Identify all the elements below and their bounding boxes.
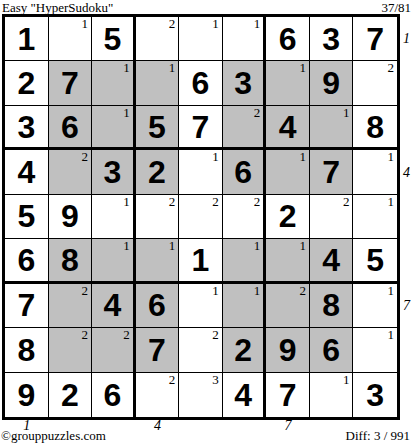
pencil-mark: 1 [299,239,306,253]
cell-r7c7[interactable]: 2 [266,284,310,328]
pencil-mark: 1 [82,17,89,31]
cell-r8c4[interactable]: 7 [136,328,180,372]
cell-r8c3[interactable]: 2 [92,328,136,372]
pencil-mark: 1 [254,284,261,298]
cell-r5c9[interactable]: 1 [353,195,397,239]
pencil-mark: 1 [343,106,350,120]
cell-r5c6[interactable]: 2 [223,195,267,239]
pencil-mark: 1 [388,284,395,298]
digit: 2 [266,195,309,238]
cell-r4c5[interactable]: 1 [179,150,223,194]
pencil-mark: 1 [254,239,261,253]
digit: 8 [5,328,48,371]
puzzle-page: Easy "HyperSudoku" 37/81 115211637271163… [0,0,412,445]
cell-r7c1[interactable]: 7 [5,284,49,328]
cell-r7c5[interactable]: 1 [179,284,223,328]
pencil-mark: 1 [388,195,395,209]
digit: 3 [5,106,48,147]
cell-r6c6[interactable]: 1 [223,239,267,283]
cell-r5c8[interactable]: 2 [310,195,354,239]
digit: 6 [5,239,48,280]
cell-r2c2[interactable]: 7 [49,61,93,105]
row-label-4: 4 [403,166,412,180]
digit: 9 [5,373,48,417]
cell-r3c5[interactable]: 7 [179,106,223,150]
digit: 1 [179,239,222,280]
cell-r8c7[interactable]: 9 [266,328,310,372]
digit: 6 [136,284,179,327]
digit: 7 [179,106,222,147]
cell-r8c9[interactable]: 1 [353,328,397,372]
cell-r4c8[interactable]: 7 [310,150,354,194]
cell-r3c3[interactable]: 1 [92,106,136,150]
digit: 2 [136,150,179,193]
pencil-mark: 1 [299,150,306,164]
cell-r5c1[interactable]: 5 [5,195,49,239]
digit: 6 [179,61,222,104]
cell-r1c6[interactable]: 1 [223,17,267,61]
digit: 5 [5,195,48,238]
digit: 4 [5,150,48,193]
digit: 7 [49,61,92,104]
cell-r1c2[interactable]: 1 [49,17,93,61]
cell-r7c9[interactable]: 1 [353,284,397,328]
site-credit: ©grouppuzzles.com [1,428,106,444]
cell-r5c7[interactable]: 2 [266,195,310,239]
cell-r1c7[interactable]: 6 [266,17,310,61]
pencil-mark: 1 [123,61,130,75]
digit: 6 [92,373,133,417]
pencil-mark: 1 [169,61,176,75]
cell-r1c3[interactable]: 5 [92,17,136,61]
pencil-mark: 2 [212,195,219,209]
cell-r2c3[interactable]: 1 [92,61,136,105]
cell-r5c3[interactable]: 1 [92,195,136,239]
cell-r1c9[interactable]: 7 [353,17,397,61]
pencil-mark: 1 [169,239,176,253]
cell-r8c8[interactable]: 6 [310,328,354,372]
pencil-mark: 3 [212,373,219,387]
cell-r7c4[interactable]: 6 [136,284,180,328]
cell-r1c4[interactable]: 2 [136,17,180,61]
digit: 7 [353,17,397,60]
digit: 2 [223,328,264,371]
digit: 7 [136,328,179,371]
pencil-mark: 1 [388,150,395,164]
cell-r7c2[interactable]: 2 [49,284,93,328]
difficulty-label: Diff: 3 / 991 [346,428,410,444]
cell-r4c1[interactable]: 4 [5,150,49,194]
digit: 7 [266,373,309,417]
digit: 4 [266,106,309,147]
cell-r2c6[interactable]: 3 [223,61,267,105]
cell-r3c2[interactable]: 6 [49,106,93,150]
pencil-mark: 2 [343,195,350,209]
cell-r9c7[interactable]: 7 [266,373,310,417]
cell-r6c7[interactable]: 1 [266,239,310,283]
cell-r3c7[interactable]: 4 [266,106,310,150]
cell-r3c8[interactable]: 1 [310,106,354,150]
digit: 3 [223,61,264,104]
pencil-mark: 2 [254,106,261,120]
cell-r2c8[interactable]: 9 [310,61,354,105]
digit: 9 [49,195,92,238]
pencil-mark: 1 [212,284,219,298]
cell-r9c2[interactable]: 2 [49,373,93,417]
digit: 2 [5,61,48,104]
cell-r6c4[interactable]: 1 [136,239,180,283]
cell-r9c9[interactable]: 3 [353,373,397,417]
digit: 6 [310,328,353,371]
row-label-1: 1 [403,32,412,46]
cell-r2c9[interactable]: 2 [353,61,397,105]
digit: 5 [92,17,133,60]
digit: 6 [266,17,309,60]
cell-r8c2[interactable]: 2 [49,328,93,372]
cell-r6c2[interactable]: 8 [49,239,93,283]
cell-r2c4[interactable]: 1 [136,61,180,105]
digit: 4 [310,239,353,280]
cell-r8c1[interactable]: 8 [5,328,49,372]
digit: 6 [223,150,264,193]
pencil-mark: 1 [123,239,130,253]
digit: 3 [353,373,397,417]
cell-r1c1[interactable]: 1 [5,17,49,61]
cell-r2c1[interactable]: 2 [5,61,49,105]
pencil-mark: 2 [388,61,395,75]
cell-r1c8[interactable]: 3 [310,17,354,61]
cell-r9c5[interactable]: 3 [179,373,223,417]
pencil-mark: 1 [299,61,306,75]
col-label-4: 4 [154,419,161,433]
row-label-7: 7 [403,299,412,313]
pencil-mark: 2 [212,328,219,342]
digit: 6 [49,106,92,147]
digit: 5 [136,106,179,147]
digit: 8 [353,106,397,147]
cell-r4c6[interactable]: 6 [223,150,267,194]
cell-r3c4[interactable]: 5 [136,106,180,150]
cell-r4c2[interactable]: 2 [49,150,93,194]
pencil-mark: 1 [123,106,130,120]
cell-r3c6[interactable]: 2 [223,106,267,150]
digit: 3 [92,150,133,193]
pencil-mark: 1 [212,150,219,164]
col-label-1: 1 [23,419,30,433]
cell-r6c3[interactable]: 1 [92,239,136,283]
digit: 7 [310,150,353,193]
cell-r6c1[interactable]: 6 [5,239,49,283]
pencil-mark: 2 [254,195,261,209]
sudoku-board: 1152116372711631923615724184232161715912… [2,14,400,420]
cell-r4c7[interactable]: 1 [266,150,310,194]
cell-r6c5[interactable]: 1 [179,239,223,283]
digit: 4 [223,373,264,417]
cell-r5c4[interactable]: 2 [136,195,180,239]
digit: 9 [310,61,353,104]
cell-r9c3[interactable]: 6 [92,373,136,417]
pencil-mark: 2 [82,150,89,164]
digit: 1 [5,17,48,60]
cell-r9c8[interactable]: 1 [310,373,354,417]
digit: 3 [310,17,353,60]
pencil-mark: 2 [169,195,176,209]
digit: 9 [266,328,309,371]
cell-r4c4[interactable]: 2 [136,150,180,194]
cell-r5c2[interactable]: 9 [49,195,93,239]
digit: 8 [49,239,92,280]
digit: 5 [353,239,397,280]
pencil-mark: 2 [123,328,130,342]
pencil-mark: 2 [169,373,176,387]
cell-r3c9[interactable]: 8 [353,106,397,150]
cell-r3c1[interactable]: 3 [5,106,49,150]
cell-r4c9[interactable]: 1 [353,150,397,194]
cell-r2c5[interactable]: 6 [179,61,223,105]
pencil-mark: 2 [169,17,176,31]
cell-r7c6[interactable]: 1 [223,284,267,328]
cell-r2c7[interactable]: 1 [266,61,310,105]
pencil-mark: 1 [343,373,350,387]
cell-r8c6[interactable]: 2 [223,328,267,372]
pencil-mark: 1 [212,17,219,31]
pencil-mark: 2 [82,284,89,298]
pencil-mark: 2 [299,284,306,298]
digit: 2 [49,373,92,417]
digit: 4 [92,284,133,327]
pencil-mark: 1 [254,17,261,31]
cell-r6c9[interactable]: 5 [353,239,397,283]
pencil-mark: 2 [82,328,89,342]
cell-r7c8[interactable]: 8 [310,284,354,328]
pencil-mark: 1 [123,195,130,209]
digit: 7 [5,284,48,327]
cell-r9c6[interactable]: 4 [223,373,267,417]
cell-r9c4[interactable]: 2 [136,373,180,417]
cell-r7c3[interactable]: 4 [92,284,136,328]
cell-r6c8[interactable]: 4 [310,239,354,283]
cell-r9c1[interactable]: 9 [5,373,49,417]
cell-r4c3[interactable]: 3 [92,150,136,194]
digit: 8 [310,284,353,327]
cell-r8c5[interactable]: 2 [179,328,223,372]
pencil-mark: 1 [388,328,395,342]
cell-r1c5[interactable]: 1 [179,17,223,61]
cell-r5c5[interactable]: 2 [179,195,223,239]
col-label-7: 7 [285,419,292,433]
